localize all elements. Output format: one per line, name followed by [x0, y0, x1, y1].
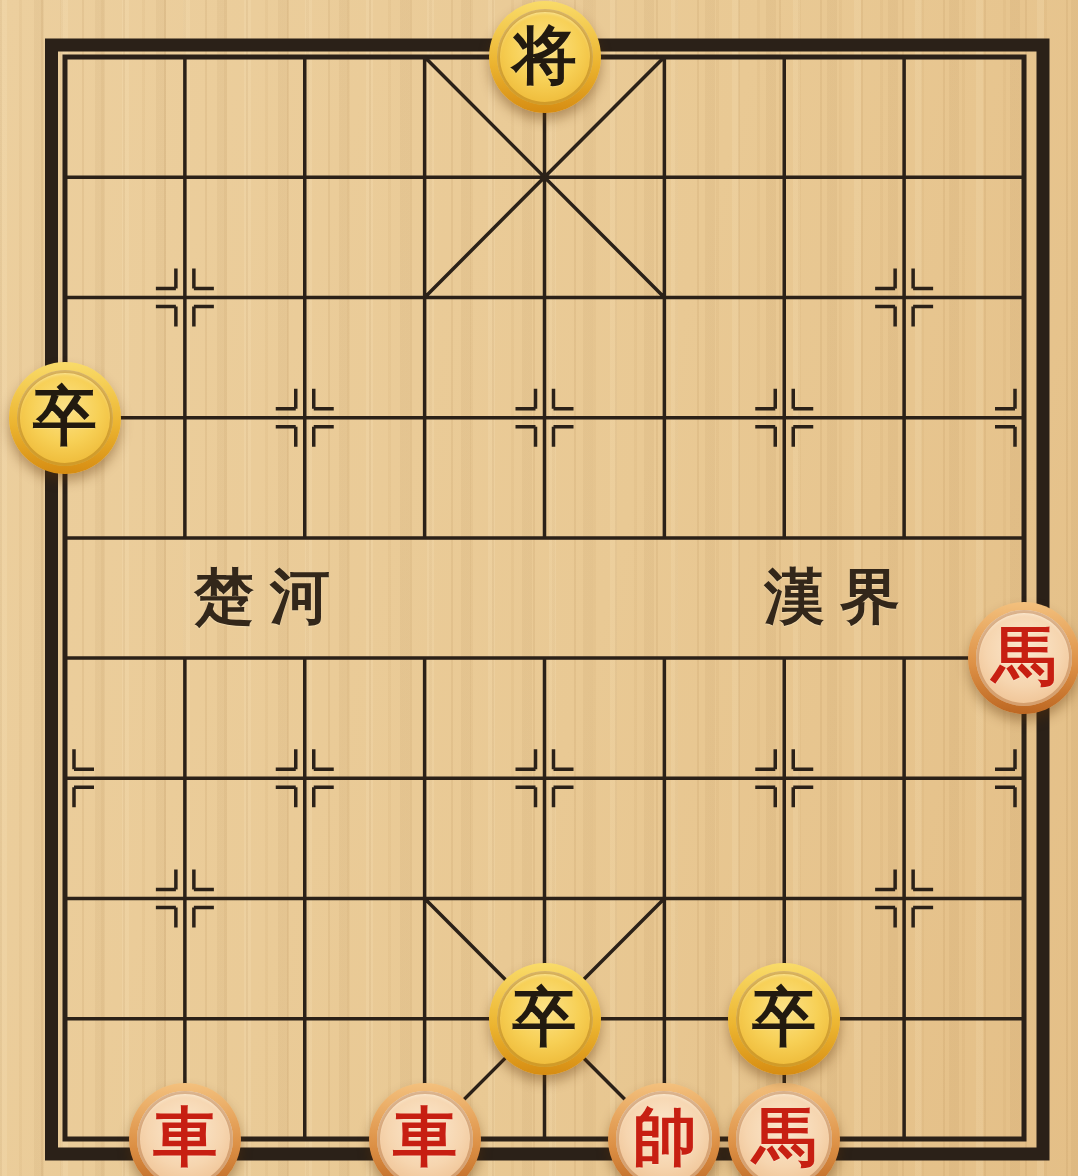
xiangqi-game-screen: 楚河 漢界 将卒馬卒卒車車帥馬	[0, 0, 1078, 1176]
piece-red-general[interactable]: 帥	[608, 1083, 720, 1176]
piece-character: 車	[393, 1106, 457, 1170]
piece-face: 卒	[736, 971, 832, 1067]
piece-character: 馬	[992, 625, 1056, 689]
piece-character: 卒	[752, 986, 816, 1050]
piece-black-soldier[interactable]: 卒	[9, 362, 121, 474]
piece-character: 将	[513, 24, 577, 88]
piece-character: 車	[153, 1106, 217, 1170]
piece-character: 帥	[632, 1106, 696, 1170]
piece-black-soldier[interactable]: 卒	[489, 963, 601, 1075]
piece-red-chariot[interactable]: 車	[129, 1083, 241, 1176]
pieces-layer: 将卒馬卒卒車車帥馬	[0, 0, 1078, 1176]
piece-red-chariot[interactable]: 車	[369, 1083, 481, 1176]
piece-character: 卒	[33, 385, 97, 449]
piece-character: 卒	[513, 986, 577, 1050]
piece-face: 車	[137, 1091, 233, 1176]
piece-black-soldier[interactable]: 卒	[728, 963, 840, 1075]
piece-face: 馬	[736, 1091, 832, 1176]
piece-face: 帥	[616, 1091, 712, 1176]
piece-face: 卒	[497, 971, 593, 1067]
piece-face: 馬	[976, 610, 1072, 706]
piece-face: 将	[497, 9, 593, 105]
piece-red-horse[interactable]: 馬	[968, 602, 1078, 714]
piece-character: 馬	[752, 1106, 816, 1170]
piece-black-general[interactable]: 将	[489, 1, 601, 113]
piece-face: 車	[377, 1091, 473, 1176]
piece-face: 卒	[17, 370, 113, 466]
piece-red-horse[interactable]: 馬	[728, 1083, 840, 1176]
